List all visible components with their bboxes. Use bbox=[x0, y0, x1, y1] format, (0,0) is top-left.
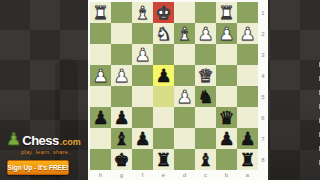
board: ♜♝♚♜♞♝♟♟♟♟♟♟♟♛♟♞♟♟♛♝♟♟♟♚♜♝♜ bbox=[90, 2, 258, 170]
square-h2[interactable] bbox=[90, 23, 111, 44]
file-label-e: e bbox=[153, 170, 174, 179]
square-b3[interactable] bbox=[216, 44, 237, 65]
square-g2[interactable] bbox=[111, 23, 132, 44]
square-g1[interactable] bbox=[111, 2, 132, 23]
piece-white-pawn[interactable]: ♟ bbox=[195, 23, 216, 44]
square-d2[interactable]: ♝ bbox=[174, 23, 195, 44]
square-d4[interactable] bbox=[174, 65, 195, 86]
square-h1[interactable]: ♜ bbox=[90, 2, 111, 23]
file-label-f: f bbox=[132, 170, 153, 179]
piece-black-king[interactable]: ♚ bbox=[111, 149, 132, 170]
piece-black-queen[interactable]: ♛ bbox=[216, 107, 237, 128]
file-label-d: d bbox=[174, 170, 195, 179]
square-c3[interactable] bbox=[195, 44, 216, 65]
square-g3[interactable] bbox=[111, 44, 132, 65]
chesscom-logo[interactable]: ♟ Chess .com play. learn. share. bbox=[6, 131, 86, 155]
square-g8[interactable]: ♚ bbox=[111, 149, 132, 170]
rank-label-5: 5 bbox=[258, 86, 268, 107]
square-g6[interactable]: ♟ bbox=[111, 107, 132, 128]
rank-label-8: 8 bbox=[258, 149, 268, 170]
piece-white-rook[interactable]: ♜ bbox=[90, 2, 111, 23]
square-h3[interactable] bbox=[90, 44, 111, 65]
file-label-c: c bbox=[195, 170, 216, 179]
file-label-g: g bbox=[111, 170, 132, 179]
square-a7[interactable]: ♟ bbox=[237, 128, 258, 149]
square-f3[interactable]: ♟ bbox=[132, 44, 153, 65]
piece-white-pawn[interactable]: ♟ bbox=[237, 23, 258, 44]
square-a8[interactable]: ♜ bbox=[237, 149, 258, 170]
file-labels: hgfedcba bbox=[90, 170, 258, 179]
piece-white-king[interactable]: ♚ bbox=[153, 2, 174, 23]
square-b7[interactable]: ♟ bbox=[216, 128, 237, 149]
square-h6[interactable]: ♟ bbox=[90, 107, 111, 128]
logo-text-chess: Chess bbox=[22, 133, 59, 148]
piece-white-pawn[interactable]: ♟ bbox=[111, 65, 132, 86]
signup-button[interactable]: Sign Up - It's FREE! bbox=[7, 160, 69, 175]
square-d3[interactable] bbox=[174, 44, 195, 65]
square-a6[interactable] bbox=[237, 107, 258, 128]
square-g5[interactable] bbox=[111, 86, 132, 107]
square-h5[interactable] bbox=[90, 86, 111, 107]
square-e7[interactable] bbox=[153, 128, 174, 149]
square-e4[interactable]: ♟ bbox=[153, 65, 174, 86]
piece-white-queen[interactable]: ♛ bbox=[195, 65, 216, 86]
square-f7[interactable]: ♟ bbox=[132, 128, 153, 149]
square-a4[interactable] bbox=[237, 65, 258, 86]
piece-white-pawn[interactable]: ♟ bbox=[90, 65, 111, 86]
rank-label-6: 6 bbox=[258, 107, 268, 128]
rank-label-3: 3 bbox=[258, 44, 268, 65]
square-h4[interactable]: ♟ bbox=[90, 65, 111, 86]
square-b6[interactable]: ♛ bbox=[216, 107, 237, 128]
square-c8[interactable]: ♝ bbox=[195, 149, 216, 170]
logo-text-com: .com bbox=[60, 137, 81, 147]
square-a5[interactable] bbox=[237, 86, 258, 107]
square-e1[interactable]: ♚ bbox=[153, 2, 174, 23]
piece-black-knight[interactable]: ♞ bbox=[195, 86, 216, 107]
square-c2[interactable]: ♟ bbox=[195, 23, 216, 44]
square-e3[interactable] bbox=[153, 44, 174, 65]
square-e5[interactable] bbox=[153, 86, 174, 107]
piece-black-pawn[interactable]: ♟ bbox=[132, 128, 153, 149]
piece-black-pawn[interactable]: ♟ bbox=[237, 128, 258, 149]
rank-label-7: 7 bbox=[258, 128, 268, 149]
square-f1[interactable]: ♝ bbox=[132, 2, 153, 23]
square-e6[interactable] bbox=[153, 107, 174, 128]
square-f4[interactable] bbox=[132, 65, 153, 86]
piece-black-rook[interactable]: ♜ bbox=[153, 149, 174, 170]
square-a2[interactable]: ♟ bbox=[237, 23, 258, 44]
piece-black-bishop[interactable]: ♝ bbox=[111, 128, 132, 149]
square-b5[interactable] bbox=[216, 86, 237, 107]
square-a1[interactable] bbox=[237, 2, 258, 23]
chess-board-panel: ♜♝♚♜♞♝♟♟♟♟♟♟♟♛♟♞♟♟♛♝♟♟♟♚♜♝♜ 12345678 hgf… bbox=[88, 0, 268, 180]
rank-label-4: 4 bbox=[258, 65, 268, 86]
square-f8[interactable] bbox=[132, 149, 153, 170]
square-c6[interactable] bbox=[195, 107, 216, 128]
square-c5[interactable]: ♞ bbox=[195, 86, 216, 107]
piece-white-pawn[interactable]: ♟ bbox=[216, 23, 237, 44]
square-b4[interactable] bbox=[216, 65, 237, 86]
piece-white-pawn[interactable]: ♟ bbox=[132, 44, 153, 65]
square-d7[interactable] bbox=[174, 128, 195, 149]
square-c4[interactable]: ♛ bbox=[195, 65, 216, 86]
logo-tagline: play. learn. share. bbox=[21, 149, 86, 155]
square-f2[interactable] bbox=[132, 23, 153, 44]
rank-label-2: 2 bbox=[258, 23, 268, 44]
square-g4[interactable]: ♟ bbox=[111, 65, 132, 86]
piece-white-bishop[interactable]: ♝ bbox=[174, 23, 195, 44]
square-d6[interactable] bbox=[174, 107, 195, 128]
signup-button-label: Sign Up - It's FREE! bbox=[8, 164, 69, 171]
rank-labels: 12345678 bbox=[258, 2, 268, 170]
file-label-h: h bbox=[90, 170, 111, 179]
video-frame: ♟ Chess .com play. learn. share. Sign Up… bbox=[0, 0, 320, 180]
piece-white-knight[interactable]: ♞ bbox=[153, 23, 174, 44]
square-f5[interactable] bbox=[132, 86, 153, 107]
file-label-a: a bbox=[237, 170, 258, 179]
piece-white-pawn[interactable]: ♟ bbox=[174, 86, 195, 107]
square-h7[interactable] bbox=[90, 128, 111, 149]
piece-black-rook[interactable]: ♜ bbox=[237, 149, 258, 170]
rank-label-1: 1 bbox=[258, 2, 268, 23]
square-d1[interactable] bbox=[174, 2, 195, 23]
square-d8[interactable] bbox=[174, 149, 195, 170]
square-e2[interactable]: ♞ bbox=[153, 23, 174, 44]
square-c1[interactable] bbox=[195, 2, 216, 23]
piece-black-pawn[interactable]: ♟ bbox=[216, 128, 237, 149]
square-a3[interactable] bbox=[237, 44, 258, 65]
piece-white-rook[interactable]: ♜ bbox=[216, 2, 237, 23]
square-g7[interactable]: ♝ bbox=[111, 128, 132, 149]
square-f6[interactable] bbox=[132, 107, 153, 128]
square-b1[interactable]: ♜ bbox=[216, 2, 237, 23]
square-b2[interactable]: ♟ bbox=[216, 23, 237, 44]
square-e8[interactable]: ♜ bbox=[153, 149, 174, 170]
piece-black-pawn[interactable]: ♟ bbox=[153, 65, 174, 86]
piece-black-bishop[interactable]: ♝ bbox=[195, 149, 216, 170]
square-c7[interactable] bbox=[195, 128, 216, 149]
green-pawn-icon: ♟ bbox=[6, 131, 21, 148]
square-d5[interactable]: ♟ bbox=[174, 86, 195, 107]
piece-black-pawn[interactable]: ♟ bbox=[111, 107, 132, 128]
file-label-b: b bbox=[216, 170, 237, 179]
piece-white-bishop[interactable]: ♝ bbox=[132, 2, 153, 23]
square-b8[interactable] bbox=[216, 149, 237, 170]
piece-black-pawn[interactable]: ♟ bbox=[90, 107, 111, 128]
square-h8[interactable] bbox=[90, 149, 111, 170]
